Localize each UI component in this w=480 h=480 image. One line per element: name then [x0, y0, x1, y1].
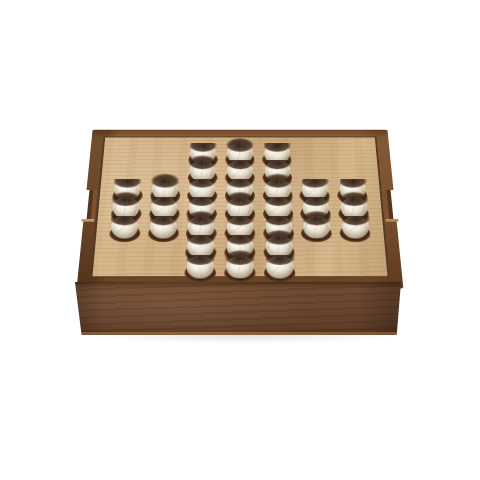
peg-grid [102, 152, 379, 284]
board-cell [181, 264, 221, 284]
blocked-corner [148, 152, 185, 170]
blocked-corner [331, 152, 369, 170]
board-cell [144, 224, 183, 243]
blocked-corner [142, 244, 182, 264]
marble-peg[interactable] [266, 255, 293, 278]
marble-peg[interactable] [342, 216, 369, 238]
finger-notch-right [383, 190, 399, 222]
blocked-corner [298, 244, 338, 264]
blocked-corner [102, 264, 143, 284]
blocked-corner [141, 264, 181, 284]
board-cell [335, 224, 375, 243]
board-cell [259, 264, 299, 284]
marble-peg[interactable] [226, 255, 253, 278]
blocked-corner [338, 264, 379, 284]
blocked-corner [112, 152, 150, 170]
board-cell [220, 264, 260, 284]
blocked-corner [336, 244, 376, 264]
board-scene [0, 0, 480, 480]
box-front-face [73, 282, 402, 335]
board-cell [297, 224, 336, 243]
marble-peg[interactable] [112, 216, 139, 238]
marble-peg[interactable] [187, 255, 214, 278]
blocked-corner [298, 264, 338, 284]
blocked-corner [294, 152, 331, 170]
blocked-corner [103, 244, 143, 264]
board-cell [105, 224, 145, 243]
box-bottom-bevel [81, 332, 397, 335]
solitaire-board-photo [0, 0, 480, 480]
marble-peg[interactable] [303, 216, 330, 238]
marble-peg[interactable] [150, 216, 177, 238]
board-lid-top [77, 130, 404, 289]
